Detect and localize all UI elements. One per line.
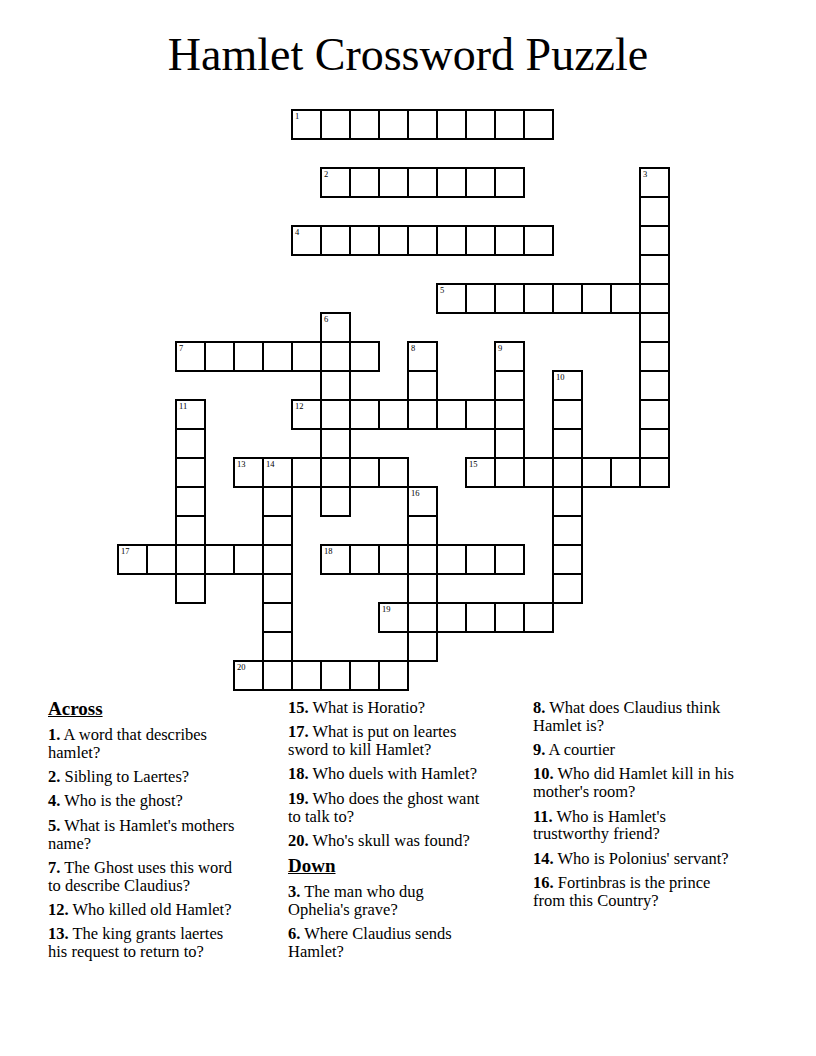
cell-r6-c14[interactable] xyxy=(523,283,554,314)
cell-r14-c15[interactable] xyxy=(552,515,583,546)
cell-r9-c15[interactable]: 10 xyxy=(552,370,583,401)
crossword-grid: 1234567891011121314151617181920 xyxy=(118,110,669,690)
cell-r17-c13[interactable] xyxy=(494,602,525,633)
cell-number-10: 10 xyxy=(556,372,565,382)
cell-r9-c13[interactable] xyxy=(494,370,525,401)
clue-across-1: 1. A word that describes hamlet? xyxy=(48,726,246,762)
cell-r17-c14[interactable] xyxy=(523,602,554,633)
cell-r12-c4[interactable]: 13 xyxy=(233,457,264,488)
cell-r6-c17[interactable] xyxy=(610,283,641,314)
clue-text: Who is the ghost? xyxy=(64,791,183,810)
cell-r9-c7[interactable] xyxy=(320,370,351,401)
clue-across-13: 13. The king grants laertes his request … xyxy=(48,925,246,961)
cell-r13-c7[interactable] xyxy=(320,486,351,517)
cell-number-11: 11 xyxy=(179,401,187,411)
cell-r15-c0[interactable]: 17 xyxy=(117,544,148,575)
clue-text: The man who dug Ophelia's grave? xyxy=(288,882,424,919)
cell-r17-c11[interactable] xyxy=(436,602,467,633)
clue-text: The Ghost uses this word to describe Cla… xyxy=(48,858,232,895)
cell-r4-c13[interactable] xyxy=(494,225,525,256)
cell-r4-c11[interactable] xyxy=(436,225,467,256)
cell-r15-c1[interactable] xyxy=(146,544,177,575)
clue-number: 6. xyxy=(288,924,300,943)
cell-number-2: 2 xyxy=(324,169,328,179)
cell-r0-c6[interactable]: 1 xyxy=(291,109,322,140)
cell-r15-c12[interactable] xyxy=(465,544,496,575)
cell-r19-c7[interactable] xyxy=(320,660,351,691)
clue-number: 8. xyxy=(533,698,545,717)
clue-text: Who's skull was found? xyxy=(312,831,469,850)
cell-r4-c18[interactable] xyxy=(639,225,670,256)
clue-text: Who is Hamlet's trustworthy friend? xyxy=(533,807,666,844)
cell-r12-c2[interactable] xyxy=(175,457,206,488)
cell-number-17: 17 xyxy=(121,546,130,556)
cell-r11-c7[interactable] xyxy=(320,428,351,459)
cell-r13-c15[interactable] xyxy=(552,486,583,517)
cell-r2-c13[interactable] xyxy=(494,167,525,198)
cell-r8-c10[interactable]: 8 xyxy=(407,341,438,372)
clue-text: Who duels with Hamlet? xyxy=(312,764,477,783)
cell-r8-c5[interactable] xyxy=(262,341,293,372)
cell-r8-c18[interactable] xyxy=(639,341,670,372)
cell-r15-c3[interactable] xyxy=(204,544,235,575)
cell-r17-c5[interactable] xyxy=(262,602,293,633)
cell-r19-c6[interactable] xyxy=(291,660,322,691)
cell-r2-c9[interactable] xyxy=(378,167,409,198)
cell-r12-c15[interactable] xyxy=(552,457,583,488)
cell-r6-c11[interactable]: 5 xyxy=(436,283,467,314)
clue-number: 15. xyxy=(288,698,309,717)
cell-r13-c2[interactable] xyxy=(175,486,206,517)
clue-across-4: 4. Who is the ghost? xyxy=(48,792,246,810)
cell-r2-c10[interactable] xyxy=(407,167,438,198)
cell-number-8: 8 xyxy=(411,343,415,353)
cell-r15-c15[interactable] xyxy=(552,544,583,575)
clue-text: What is Hamlet's mothers name? xyxy=(48,816,234,853)
cell-r8-c8[interactable] xyxy=(349,341,380,372)
cell-r10-c15[interactable] xyxy=(552,399,583,430)
cell-r0-c12[interactable] xyxy=(465,109,496,140)
cell-r12-c14[interactable] xyxy=(523,457,554,488)
cell-r2-c7[interactable]: 2 xyxy=(320,167,351,198)
clue-down-6: 6. Where Claudius sends Hamlet? xyxy=(288,925,486,961)
cell-r10-c9[interactable] xyxy=(378,399,409,430)
cell-r9-c10[interactable] xyxy=(407,370,438,401)
cell-r0-c11[interactable] xyxy=(436,109,467,140)
cell-r2-c11[interactable] xyxy=(436,167,467,198)
cell-r12-c13[interactable] xyxy=(494,457,525,488)
cell-r12-c8[interactable] xyxy=(349,457,380,488)
down-header: Down xyxy=(288,856,486,876)
page-title: Hamlet Crossword Puzzle xyxy=(0,30,816,81)
clue-across-19: 19. Who does the ghost want to talk to? xyxy=(288,790,486,826)
cell-r4-c6[interactable]: 4 xyxy=(291,225,322,256)
cell-r11-c13[interactable] xyxy=(494,428,525,459)
cell-r14-c2[interactable] xyxy=(175,515,206,546)
cell-r10-c6[interactable]: 12 xyxy=(291,399,322,430)
cell-r18-c10[interactable] xyxy=(407,631,438,662)
cell-r6-c16[interactable] xyxy=(581,283,612,314)
clue-text: The king grants laertes his request to r… xyxy=(48,924,223,961)
clue-number: 1. xyxy=(48,725,60,744)
cell-r19-c4[interactable]: 20 xyxy=(233,660,264,691)
cell-number-4: 4 xyxy=(295,227,299,237)
cell-r17-c12[interactable] xyxy=(465,602,496,633)
cell-r4-c10[interactable] xyxy=(407,225,438,256)
clue-text: Who did Hamlet kill in his mother's room… xyxy=(533,764,734,801)
cell-r10-c7[interactable] xyxy=(320,399,351,430)
cell-r0-c7[interactable] xyxy=(320,109,351,140)
cell-r15-c4[interactable] xyxy=(233,544,264,575)
cell-r13-c5[interactable] xyxy=(262,486,293,517)
cell-number-5: 5 xyxy=(440,285,444,295)
clue-across-2: 2. Sibling to Laertes? xyxy=(48,768,246,786)
cell-r14-c10[interactable] xyxy=(407,515,438,546)
clue-down-10: 10. Who did Hamlet kill in his mother's … xyxy=(533,765,743,801)
cell-r12-c9[interactable] xyxy=(378,457,409,488)
cell-r16-c2[interactable] xyxy=(175,573,206,604)
cell-r10-c2[interactable]: 11 xyxy=(175,399,206,430)
cell-r19-c5[interactable] xyxy=(262,660,293,691)
cell-r8-c13[interactable]: 9 xyxy=(494,341,525,372)
cell-r8-c3[interactable] xyxy=(204,341,235,372)
cell-r12-c5[interactable]: 14 xyxy=(262,457,293,488)
cell-r8-c2[interactable]: 7 xyxy=(175,341,206,372)
cell-r2-c8[interactable] xyxy=(349,167,380,198)
cell-r4-c7[interactable] xyxy=(320,225,351,256)
cell-r11-c15[interactable] xyxy=(552,428,583,459)
cell-r12-c18[interactable] xyxy=(639,457,670,488)
clue-down-14: 14. Who is Polonius' servant? xyxy=(533,850,743,868)
cell-r2-c18[interactable]: 3 xyxy=(639,167,670,198)
cell-r19-c8[interactable] xyxy=(349,660,380,691)
cell-r6-c15[interactable] xyxy=(552,283,583,314)
clue-number: 12. xyxy=(48,900,69,919)
cell-number-20: 20 xyxy=(237,662,246,672)
cell-number-13: 13 xyxy=(237,459,246,469)
cell-r12-c7[interactable] xyxy=(320,457,351,488)
clue-text: A word that describes hamlet? xyxy=(48,725,207,762)
cell-number-16: 16 xyxy=(411,488,420,498)
cell-r12-c6[interactable] xyxy=(291,457,322,488)
cell-r7-c7[interactable]: 6 xyxy=(320,312,351,343)
cell-r12-c17[interactable] xyxy=(610,457,641,488)
cell-r5-c18[interactable] xyxy=(639,254,670,285)
cell-r3-c18[interactable] xyxy=(639,196,670,227)
clue-across-12: 12. Who killed old Hamlet? xyxy=(48,901,246,919)
cell-r0-c8[interactable] xyxy=(349,109,380,140)
clue-number: 3. xyxy=(288,882,300,901)
cell-r11-c18[interactable] xyxy=(639,428,670,459)
clue-across-5: 5. What is Hamlet's mothers name? xyxy=(48,817,246,853)
clue-number: 5. xyxy=(48,816,60,835)
clue-down-8: 8. What does Claudius think Hamlet is? xyxy=(533,699,743,735)
cell-r16-c10[interactable] xyxy=(407,573,438,604)
clue-text: A courtier xyxy=(549,740,615,759)
cell-r6-c12[interactable] xyxy=(465,283,496,314)
clue-number: 7. xyxy=(48,858,60,877)
clue-number: 13. xyxy=(48,924,69,943)
clue-across-18: 18. Who duels with Hamlet? xyxy=(288,765,486,783)
cell-r15-c9[interactable] xyxy=(378,544,409,575)
clue-text: Sibling to Laertes? xyxy=(65,767,190,786)
cell-number-1: 1 xyxy=(295,111,299,121)
cell-r15-c13[interactable] xyxy=(494,544,525,575)
clue-text: What is put on leartes sword to kill Ham… xyxy=(288,722,456,759)
cell-r4-c12[interactable] xyxy=(465,225,496,256)
clue-across-20: 20. Who's skull was found? xyxy=(288,832,486,850)
cell-r14-c5[interactable] xyxy=(262,515,293,546)
cell-r2-c12[interactable] xyxy=(465,167,496,198)
cell-r17-c9[interactable]: 19 xyxy=(378,602,409,633)
cell-r15-c7[interactable]: 18 xyxy=(320,544,351,575)
cell-r0-c9[interactable] xyxy=(378,109,409,140)
clue-number: 19. xyxy=(288,789,309,808)
cell-r10-c13[interactable] xyxy=(494,399,525,430)
cell-r16-c15[interactable] xyxy=(552,573,583,604)
cell-r8-c4[interactable] xyxy=(233,341,264,372)
cell-r4-c9[interactable] xyxy=(378,225,409,256)
clue-across-17: 17. What is put on leartes sword to kill… xyxy=(288,723,486,759)
cell-r17-c10[interactable] xyxy=(407,602,438,633)
cell-number-18: 18 xyxy=(324,546,333,556)
cell-r8-c7[interactable] xyxy=(320,341,351,372)
cell-r6-c18[interactable] xyxy=(639,283,670,314)
across-header: Across xyxy=(48,699,246,719)
cell-r15-c2[interactable] xyxy=(175,544,206,575)
cell-number-3: 3 xyxy=(643,169,647,179)
cell-r15-c8[interactable] xyxy=(349,544,380,575)
cell-r8-c6[interactable] xyxy=(291,341,322,372)
cell-number-19: 19 xyxy=(382,604,391,614)
cell-number-15: 15 xyxy=(469,459,478,469)
clue-number: 11. xyxy=(533,807,553,826)
clue-number: 9. xyxy=(533,740,545,759)
clue-number: 17. xyxy=(288,722,309,741)
cell-r4-c8[interactable] xyxy=(349,225,380,256)
cell-r0-c10[interactable] xyxy=(407,109,438,140)
cell-r10-c8[interactable] xyxy=(349,399,380,430)
clue-across-7: 7. The Ghost uses this word to describe … xyxy=(48,859,246,895)
clue-column-3: 8. What does Claudius think Hamlet is?9.… xyxy=(533,699,743,916)
cell-r12-c16[interactable] xyxy=(581,457,612,488)
cell-r11-c2[interactable] xyxy=(175,428,206,459)
clue-number: 20. xyxy=(288,831,309,850)
cell-r13-c10[interactable]: 16 xyxy=(407,486,438,517)
cell-r15-c10[interactable] xyxy=(407,544,438,575)
cell-r0-c13[interactable] xyxy=(494,109,525,140)
cell-number-6: 6 xyxy=(324,314,328,324)
cell-r9-c18[interactable] xyxy=(639,370,670,401)
clue-text: Who killed old Hamlet? xyxy=(72,900,231,919)
cell-r10-c10[interactable] xyxy=(407,399,438,430)
cell-r10-c11[interactable] xyxy=(436,399,467,430)
clue-across-15: 15. What is Horatio? xyxy=(288,699,486,717)
cell-r15-c11[interactable] xyxy=(436,544,467,575)
clue-number: 10. xyxy=(533,764,554,783)
clue-text: Where Claudius sends Hamlet? xyxy=(288,924,452,961)
cell-number-14: 14 xyxy=(266,459,275,469)
cell-r4-c14[interactable] xyxy=(523,225,554,256)
clue-down-3: 3. The man who dug Ophelia's grave? xyxy=(288,883,486,919)
clue-text: Who does the ghost want to talk to? xyxy=(288,789,479,826)
clue-number: 16. xyxy=(533,873,554,892)
clue-number: 14. xyxy=(533,849,554,868)
cell-r12-c12[interactable]: 15 xyxy=(465,457,496,488)
clue-text: What does Claudius think Hamlet is? xyxy=(533,698,720,735)
cell-r19-c9[interactable] xyxy=(378,660,409,691)
clue-text: Who is Polonius' servant? xyxy=(557,849,728,868)
clue-text: Fortinbras is the prince from this Count… xyxy=(533,873,710,910)
cell-r16-c5[interactable] xyxy=(262,573,293,604)
cell-r10-c12[interactable] xyxy=(465,399,496,430)
clue-down-9: 9. A courtier xyxy=(533,741,743,759)
clue-number: 4. xyxy=(48,791,60,810)
clue-down-11: 11. Who is Hamlet's trustworthy friend? xyxy=(533,808,743,844)
cell-r7-c18[interactable] xyxy=(639,312,670,343)
clue-column-1: Across1. A word that describes hamlet?2.… xyxy=(48,699,246,967)
cell-r18-c5[interactable] xyxy=(262,631,293,662)
clue-number: 18. xyxy=(288,764,309,783)
clue-column-2: 15. What is Horatio?17. What is put on l… xyxy=(288,699,486,967)
cell-number-9: 9 xyxy=(498,343,502,353)
cell-r6-c13[interactable] xyxy=(494,283,525,314)
clue-text: What is Horatio? xyxy=(312,698,425,717)
clue-number: 2. xyxy=(48,767,60,786)
cell-r0-c14[interactable] xyxy=(523,109,554,140)
cell-number-7: 7 xyxy=(179,343,183,353)
cell-number-12: 12 xyxy=(295,401,304,411)
cell-r10-c18[interactable] xyxy=(639,399,670,430)
clue-down-16: 16. Fortinbras is the prince from this C… xyxy=(533,874,743,910)
cell-r15-c5[interactable] xyxy=(262,544,293,575)
